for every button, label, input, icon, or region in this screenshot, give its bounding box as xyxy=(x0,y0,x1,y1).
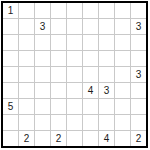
cell-r3c0[interactable] xyxy=(3,51,18,66)
cell-r5c4[interactable] xyxy=(67,83,82,98)
cell-r6c8[interactable] xyxy=(131,99,146,114)
cell-r8c2[interactable] xyxy=(35,131,50,146)
cell-r2c5[interactable] xyxy=(83,35,98,50)
cell-r2c4[interactable] xyxy=(67,35,82,50)
cell-r3c8[interactable] xyxy=(131,51,146,66)
cell-r0c6[interactable] xyxy=(99,3,114,18)
cell-r2c2[interactable] xyxy=(35,35,50,50)
cell-r0c8[interactable] xyxy=(131,3,146,18)
cell-r7c0[interactable] xyxy=(3,115,18,130)
cell-r4c0[interactable] xyxy=(3,67,18,82)
clue-cell-r5c6: 3 xyxy=(99,83,114,98)
cell-r1c5[interactable] xyxy=(83,19,98,34)
cell-r5c3[interactable] xyxy=(51,83,66,98)
cell-r4c3[interactable] xyxy=(51,67,66,82)
cell-r6c5[interactable] xyxy=(83,99,98,114)
cell-r0c1[interactable] xyxy=(19,3,34,18)
cell-r1c0[interactable] xyxy=(3,19,18,34)
clue-cell-r6c0: 5 xyxy=(3,99,18,114)
cell-r6c4[interactable] xyxy=(67,99,82,114)
cell-r7c7[interactable] xyxy=(115,115,130,130)
cell-r8c4[interactable] xyxy=(67,131,82,146)
cell-r7c1[interactable] xyxy=(19,115,34,130)
cell-r0c5[interactable] xyxy=(83,3,98,18)
cell-r5c2[interactable] xyxy=(35,83,50,98)
cell-r1c1[interactable] xyxy=(19,19,34,34)
cell-r1c7[interactable] xyxy=(115,19,130,34)
cell-r2c8[interactable] xyxy=(131,35,146,50)
cell-r4c6[interactable] xyxy=(99,67,114,82)
cell-r2c3[interactable] xyxy=(51,35,66,50)
cell-r6c3[interactable] xyxy=(51,99,66,114)
cell-r5c1[interactable] xyxy=(19,83,34,98)
cell-r3c5[interactable] xyxy=(83,51,98,66)
clue-cell-r4c8: 3 xyxy=(131,67,146,82)
cell-r7c3[interactable] xyxy=(51,115,66,130)
cell-r6c1[interactable] xyxy=(19,99,34,114)
cell-r0c4[interactable] xyxy=(67,3,82,18)
cell-r3c7[interactable] xyxy=(115,51,130,66)
cell-r2c0[interactable] xyxy=(3,35,18,50)
cell-r5c7[interactable] xyxy=(115,83,130,98)
cell-r4c7[interactable] xyxy=(115,67,130,82)
cell-r7c2[interactable] xyxy=(35,115,50,130)
cell-r7c5[interactable] xyxy=(83,115,98,130)
clue-cell-r1c2: 3 xyxy=(35,19,50,34)
cell-r3c6[interactable] xyxy=(99,51,114,66)
cell-r8c5[interactable] xyxy=(83,131,98,146)
cell-r4c2[interactable] xyxy=(35,67,50,82)
cell-r0c2[interactable] xyxy=(35,3,50,18)
cell-r5c0[interactable] xyxy=(3,83,18,98)
cell-r3c2[interactable] xyxy=(35,51,50,66)
cell-r6c6[interactable] xyxy=(99,99,114,114)
cell-r8c7[interactable] xyxy=(115,131,130,146)
cell-r0c3[interactable] xyxy=(51,3,66,18)
cell-r4c5[interactable] xyxy=(83,67,98,82)
clue-cell-r0c0: 1 xyxy=(3,3,18,18)
cell-r3c1[interactable] xyxy=(19,51,34,66)
cell-r4c1[interactable] xyxy=(19,67,34,82)
cell-r2c7[interactable] xyxy=(115,35,130,50)
clue-cell-r8c8: 2 xyxy=(131,131,146,146)
cell-r7c8[interactable] xyxy=(131,115,146,130)
clue-cell-r1c8: 3 xyxy=(131,19,146,34)
cell-r3c3[interactable] xyxy=(51,51,66,66)
cell-r7c4[interactable] xyxy=(67,115,82,130)
cell-r2c6[interactable] xyxy=(99,35,114,50)
cell-r6c2[interactable] xyxy=(35,99,50,114)
cell-r4c4[interactable] xyxy=(67,67,82,82)
clue-cell-r8c3: 2 xyxy=(51,131,66,146)
cell-r3c4[interactable] xyxy=(67,51,82,66)
puzzle-board: 13334352242 xyxy=(1,1,148,148)
cell-r1c4[interactable] xyxy=(67,19,82,34)
cell-r1c3[interactable] xyxy=(51,19,66,34)
clue-cell-r8c1: 2 xyxy=(19,131,34,146)
clue-cell-r8c6: 4 xyxy=(99,131,114,146)
clue-cell-r5c5: 4 xyxy=(83,83,98,98)
cell-r0c7[interactable] xyxy=(115,3,130,18)
cell-r6c7[interactable] xyxy=(115,99,130,114)
cell-r2c1[interactable] xyxy=(19,35,34,50)
cell-r7c6[interactable] xyxy=(99,115,114,130)
cell-r8c0[interactable] xyxy=(3,131,18,146)
cell-r1c6[interactable] xyxy=(99,19,114,34)
cell-r5c8[interactable] xyxy=(131,83,146,98)
